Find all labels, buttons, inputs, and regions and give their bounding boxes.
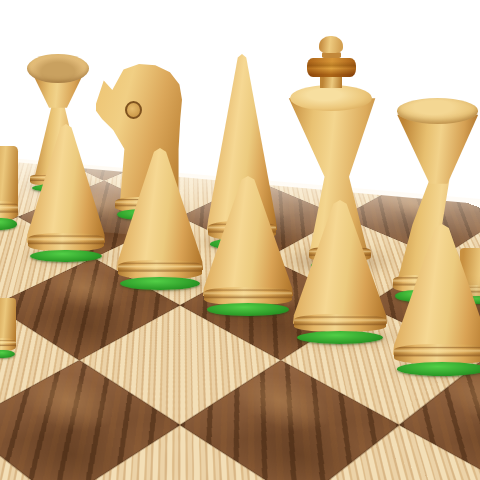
green-felt — [297, 331, 383, 344]
base-rings — [394, 344, 480, 364]
base-rings — [28, 233, 105, 251]
green-felt — [207, 303, 290, 316]
piece-cone — [393, 224, 480, 355]
piece-cone — [27, 124, 105, 243]
white-pawn[interactable] — [202, 176, 294, 316]
white-cropped-piece[interactable] — [0, 146, 18, 230]
white-pawn[interactable] — [292, 200, 388, 344]
white-cropped-piece[interactable] — [0, 298, 16, 358]
base-rings — [118, 260, 203, 278]
white-pawn[interactable] — [392, 224, 480, 376]
piece-cone — [203, 176, 293, 296]
green-felt — [397, 362, 480, 376]
green-felt — [30, 250, 102, 262]
chessboard-photo-scene — [0, 0, 480, 480]
rook-cup — [27, 54, 88, 83]
king-cross-cap — [319, 36, 343, 53]
green-felt — [0, 218, 17, 230]
base-rings — [0, 201, 18, 219]
white-pawn[interactable] — [116, 148, 204, 290]
king-cross-arms — [307, 58, 356, 77]
base-rings — [0, 338, 16, 351]
white-pawn[interactable] — [26, 124, 106, 262]
green-felt — [0, 350, 15, 358]
green-felt — [120, 277, 199, 290]
queen-disc-top — [397, 98, 478, 124]
king-cross — [320, 76, 343, 88]
base-rings — [294, 314, 386, 333]
piece-cone — [117, 148, 203, 270]
base-rings — [204, 287, 292, 305]
piece-cone — [293, 200, 387, 324]
